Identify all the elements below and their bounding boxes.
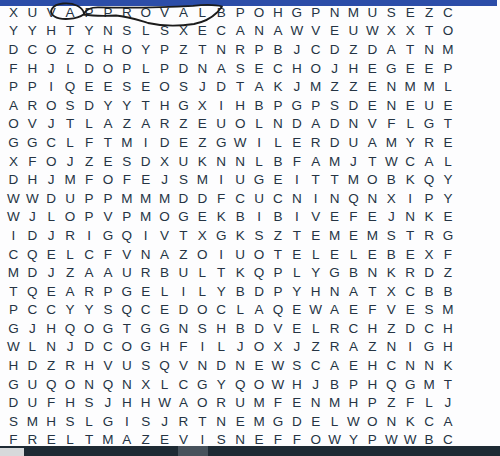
grid-cell[interactable]: J: [23, 319, 42, 338]
grid-cell[interactable]: L: [193, 282, 212, 301]
grid-cell[interactable]: I: [212, 96, 231, 115]
grid-cell[interactable]: F: [212, 189, 231, 208]
grid-cell[interactable]: F: [98, 245, 117, 264]
grid-cell[interactable]: F: [287, 152, 306, 171]
grid-cell[interactable]: T: [212, 263, 231, 282]
grid-cell[interactable]: O: [117, 40, 136, 59]
grid-cell[interactable]: J: [287, 40, 306, 59]
grid-cell[interactable]: T: [117, 319, 136, 338]
grid-cell[interactable]: Z: [174, 40, 193, 59]
grid-cell[interactable]: E: [287, 393, 306, 412]
grid-cell[interactable]: E: [325, 208, 344, 227]
grid-cell[interactable]: I: [250, 208, 269, 227]
grid-cell[interactable]: I: [401, 189, 420, 208]
grid-cell[interactable]: E: [438, 133, 457, 152]
grid-cell[interactable]: N: [382, 338, 401, 357]
grid-cell[interactable]: U: [231, 245, 250, 264]
grid-cell[interactable]: C: [80, 40, 99, 59]
grid-cell[interactable]: S: [117, 152, 136, 171]
grid-cell[interactable]: E: [250, 59, 269, 78]
grid-cell[interactable]: O: [155, 77, 174, 96]
grid-cell[interactable]: P: [268, 96, 287, 115]
grid-cell[interactable]: N: [325, 3, 344, 22]
grid-cell[interactable]: X: [382, 189, 401, 208]
grid-cell[interactable]: D: [23, 226, 42, 245]
grid-cell[interactable]: R: [325, 319, 344, 338]
grid-cell[interactable]: H: [306, 282, 325, 301]
grid-cell[interactable]: L: [306, 319, 325, 338]
grid-cell[interactable]: T: [193, 412, 212, 431]
grid-cell[interactable]: S: [61, 412, 80, 431]
grid-cell[interactable]: Q: [382, 375, 401, 394]
grid-cell[interactable]: C: [174, 375, 193, 394]
grid-cell[interactable]: W: [287, 22, 306, 41]
grid-cell[interactable]: W: [268, 375, 287, 394]
grid-cell[interactable]: G: [401, 375, 420, 394]
grid-cell[interactable]: A: [250, 77, 269, 96]
grid-cell[interactable]: P: [4, 77, 23, 96]
grid-cell[interactable]: P: [4, 301, 23, 320]
grid-cell[interactable]: D: [401, 319, 420, 338]
grid-cell[interactable]: I: [80, 226, 99, 245]
grid-cell[interactable]: Y: [117, 96, 136, 115]
grid-cell[interactable]: S: [174, 77, 193, 96]
grid-cell[interactable]: E: [401, 3, 420, 22]
grid-cell[interactable]: Y: [61, 301, 80, 320]
grid-cell[interactable]: X: [4, 3, 23, 22]
grid-cell[interactable]: H: [155, 338, 174, 357]
grid-cell[interactable]: C: [344, 319, 363, 338]
grid-cell[interactable]: Q: [42, 375, 61, 394]
grid-cell[interactable]: A: [420, 152, 439, 171]
grid-cell[interactable]: S: [382, 226, 401, 245]
grid-cell[interactable]: U: [344, 133, 363, 152]
grid-cell[interactable]: S: [117, 22, 136, 41]
grid-cell[interactable]: G: [174, 208, 193, 227]
grid-cell[interactable]: T: [401, 226, 420, 245]
grid-cell[interactable]: H: [287, 375, 306, 394]
grid-cell[interactable]: T: [325, 170, 344, 189]
grid-cell[interactable]: E: [268, 170, 287, 189]
grid-cell[interactable]: T: [438, 375, 457, 394]
grid-cell[interactable]: X: [420, 245, 439, 264]
grid-cell[interactable]: E: [250, 356, 269, 375]
grid-cell[interactable]: J: [306, 375, 325, 394]
grid-cell[interactable]: P: [420, 189, 439, 208]
grid-cell[interactable]: I: [287, 170, 306, 189]
grid-cell[interactable]: A: [61, 3, 80, 22]
grid-cell[interactable]: C: [23, 40, 42, 59]
grid-cell[interactable]: I: [174, 282, 193, 301]
grid-cell[interactable]: C: [231, 189, 250, 208]
grid-cell[interactable]: P: [344, 375, 363, 394]
grid-cell[interactable]: N: [363, 263, 382, 282]
grid-cell[interactable]: L: [23, 338, 42, 357]
grid-cell[interactable]: A: [155, 245, 174, 264]
grid-cell[interactable]: C: [306, 40, 325, 59]
grid-cell[interactable]: L: [250, 152, 269, 171]
grid-cell[interactable]: A: [80, 263, 99, 282]
grid-cell[interactable]: N: [363, 189, 382, 208]
grid-cell[interactable]: N: [98, 22, 117, 41]
grid-cell[interactable]: O: [98, 59, 117, 78]
grid-cell[interactable]: N: [174, 319, 193, 338]
grid-cell[interactable]: D: [80, 59, 99, 78]
grid-cell[interactable]: N: [231, 152, 250, 171]
grid-cell[interactable]: S: [193, 319, 212, 338]
grid-cell[interactable]: P: [438, 59, 457, 78]
grid-cell[interactable]: W: [4, 208, 23, 227]
grid-cell[interactable]: X: [382, 22, 401, 41]
grid-cell[interactable]: C: [438, 3, 457, 22]
grid-cell[interactable]: N: [231, 356, 250, 375]
grid-cell[interactable]: X: [4, 152, 23, 171]
grid-cell[interactable]: R: [420, 133, 439, 152]
grid-cell[interactable]: A: [98, 263, 117, 282]
grid-cell[interactable]: V: [174, 356, 193, 375]
grid-cell[interactable]: M: [117, 133, 136, 152]
grid-cell[interactable]: C: [420, 412, 439, 431]
grid-cell[interactable]: D: [287, 115, 306, 134]
grid-cell[interactable]: E: [344, 356, 363, 375]
grid-cell[interactable]: N: [420, 356, 439, 375]
grid-cell[interactable]: U: [212, 115, 231, 134]
grid-cell[interactable]: G: [212, 133, 231, 152]
grid-cell[interactable]: D: [42, 189, 61, 208]
grid-cell[interactable]: Z: [61, 40, 80, 59]
grid-cell[interactable]: T: [61, 115, 80, 134]
grid-cell[interactable]: V: [306, 22, 325, 41]
grid-cell[interactable]: U: [117, 356, 136, 375]
grid-cell[interactable]: P: [80, 189, 99, 208]
grid-cell[interactable]: U: [174, 152, 193, 171]
grid-cell[interactable]: H: [344, 393, 363, 412]
grid-cell[interactable]: X: [155, 152, 174, 171]
grid-cell[interactable]: Y: [80, 22, 99, 41]
grid-cell[interactable]: E: [363, 245, 382, 264]
grid-cell[interactable]: H: [438, 319, 457, 338]
grid-cell[interactable]: A: [174, 393, 193, 412]
grid-cell[interactable]: L: [306, 245, 325, 264]
grid-cell[interactable]: C: [212, 301, 231, 320]
grid-cell[interactable]: N: [268, 115, 287, 134]
grid-cell[interactable]: H: [287, 59, 306, 78]
grid-cell[interactable]: A: [325, 356, 344, 375]
grid-cell[interactable]: U: [117, 263, 136, 282]
grid-cell[interactable]: Z: [325, 77, 344, 96]
grid-cell[interactable]: E: [420, 59, 439, 78]
grid-cell[interactable]: C: [42, 133, 61, 152]
grid-cell[interactable]: A: [344, 282, 363, 301]
grid-cell[interactable]: G: [4, 319, 23, 338]
grid-cell[interactable]: O: [136, 3, 155, 22]
grid-cell[interactable]: Z: [117, 115, 136, 134]
grid-cell[interactable]: H: [155, 96, 174, 115]
grid-cell[interactable]: M: [420, 77, 439, 96]
grid-cell[interactable]: G: [98, 226, 117, 245]
grid-cell[interactable]: L: [42, 208, 61, 227]
grid-cell[interactable]: E: [287, 301, 306, 320]
grid-cell[interactable]: D: [212, 77, 231, 96]
grid-cell[interactable]: Y: [401, 133, 420, 152]
grid-cell[interactable]: E: [401, 301, 420, 320]
grid-cell[interactable]: F: [4, 59, 23, 78]
grid-cell[interactable]: Q: [268, 301, 287, 320]
grid-cell[interactable]: B: [250, 96, 269, 115]
grid-cell[interactable]: F: [80, 170, 99, 189]
grid-cell[interactable]: K: [231, 226, 250, 245]
grid-cell[interactable]: S: [117, 77, 136, 96]
grid-cell[interactable]: A: [306, 115, 325, 134]
grid-cell[interactable]: I: [287, 208, 306, 227]
grid-cell[interactable]: V: [117, 245, 136, 264]
grid-cell[interactable]: H: [23, 170, 42, 189]
grid-cell[interactable]: G: [287, 96, 306, 115]
grid-cell[interactable]: M: [325, 393, 344, 412]
grid-cell[interactable]: A: [325, 301, 344, 320]
grid-cell[interactable]: N: [80, 375, 99, 394]
grid-cell[interactable]: U: [363, 3, 382, 22]
grid-cell[interactable]: J: [438, 393, 457, 412]
grid-cell[interactable]: U: [420, 96, 439, 115]
grid-cell[interactable]: Y: [23, 22, 42, 41]
grid-cell[interactable]: Z: [438, 263, 457, 282]
grid-cell[interactable]: L: [231, 301, 250, 320]
grid-cell[interactable]: A: [344, 338, 363, 357]
grid-cell[interactable]: P: [23, 77, 42, 96]
grid-cell[interactable]: I: [4, 226, 23, 245]
grid-cell[interactable]: E: [42, 245, 61, 264]
grid-cell[interactable]: D: [4, 393, 23, 412]
grid-cell[interactable]: E: [325, 245, 344, 264]
grid-cell[interactable]: X: [401, 22, 420, 41]
grid-cell[interactable]: N: [382, 96, 401, 115]
grid-cell[interactable]: A: [268, 22, 287, 41]
grid-cell[interactable]: C: [98, 338, 117, 357]
grid-cell[interactable]: C: [136, 301, 155, 320]
grid-cell[interactable]: G: [136, 319, 155, 338]
grid-cell[interactable]: W: [344, 412, 363, 431]
grid-cell[interactable]: N: [382, 77, 401, 96]
grid-cell[interactable]: E: [306, 412, 325, 431]
grid-cell[interactable]: J: [61, 338, 80, 357]
grid-cell[interactable]: U: [231, 170, 250, 189]
grid-cell[interactable]: N: [325, 189, 344, 208]
grid-cell[interactable]: D: [287, 412, 306, 431]
grid-cell[interactable]: E: [438, 96, 457, 115]
grid-cell[interactable]: X: [382, 282, 401, 301]
grid-cell[interactable]: W: [4, 189, 23, 208]
grid-cell[interactable]: S: [231, 59, 250, 78]
grid-cell[interactable]: T: [4, 282, 23, 301]
grid-cell[interactable]: I: [306, 189, 325, 208]
grid-cell[interactable]: E: [193, 22, 212, 41]
grid-cell[interactable]: C: [42, 301, 61, 320]
grid-cell[interactable]: E: [401, 245, 420, 264]
grid-cell[interactable]: J: [98, 393, 117, 412]
grid-cell[interactable]: D: [136, 152, 155, 171]
grid-cell[interactable]: D: [193, 189, 212, 208]
grid-cell[interactable]: F: [382, 115, 401, 134]
grid-cell[interactable]: O: [98, 170, 117, 189]
grid-cell[interactable]: G: [4, 375, 23, 394]
grid-cell[interactable]: L: [80, 115, 99, 134]
grid-cell[interactable]: J: [61, 152, 80, 171]
grid-cell[interactable]: E: [287, 245, 306, 264]
grid-cell[interactable]: T: [231, 77, 250, 96]
grid-cell[interactable]: A: [438, 412, 457, 431]
grid-cell[interactable]: C: [401, 152, 420, 171]
grid-cell[interactable]: Z: [382, 319, 401, 338]
grid-cell[interactable]: Q: [250, 263, 269, 282]
grid-cell[interactable]: G: [212, 226, 231, 245]
grid-cell[interactable]: Y: [306, 263, 325, 282]
grid-cell[interactable]: F: [438, 245, 457, 264]
grid-cell[interactable]: I: [42, 77, 61, 96]
grid-cell[interactable]: E: [155, 301, 174, 320]
grid-cell[interactable]: N: [193, 356, 212, 375]
grid-cell[interactable]: W: [4, 338, 23, 357]
grid-cell[interactable]: M: [23, 412, 42, 431]
grid-cell[interactable]: N: [420, 40, 439, 59]
grid-cell[interactable]: Y: [136, 40, 155, 59]
grid-cell[interactable]: V: [363, 115, 382, 134]
grid-cell[interactable]: O: [193, 245, 212, 264]
grid-cell[interactable]: E: [363, 77, 382, 96]
grid-cell[interactable]: E: [136, 77, 155, 96]
grid-cell[interactable]: O: [250, 338, 269, 357]
grid-cell[interactable]: C: [4, 245, 23, 264]
grid-cell[interactable]: O: [80, 319, 99, 338]
grid-cell[interactable]: N: [212, 152, 231, 171]
grid-cell[interactable]: B: [438, 282, 457, 301]
grid-cell[interactable]: K: [438, 356, 457, 375]
grid-cell[interactable]: N: [42, 338, 61, 357]
grid-cell[interactable]: M: [438, 301, 457, 320]
grid-cell[interactable]: B: [155, 263, 174, 282]
grid-cell[interactable]: J: [287, 338, 306, 357]
grid-cell[interactable]: T: [136, 96, 155, 115]
grid-cell[interactable]: M: [420, 375, 439, 394]
grid-cell[interactable]: O: [250, 3, 269, 22]
grid-cell[interactable]: E: [98, 152, 117, 171]
grid-cell[interactable]: H: [136, 393, 155, 412]
grid-cell[interactable]: D: [420, 263, 439, 282]
grid-cell[interactable]: M: [4, 263, 23, 282]
grid-cell[interactable]: A: [306, 152, 325, 171]
grid-cell[interactable]: Q: [420, 170, 439, 189]
grid-cell[interactable]: H: [363, 375, 382, 394]
grid-cell[interactable]: F: [174, 338, 193, 357]
grid-cell[interactable]: N: [401, 208, 420, 227]
grid-cell[interactable]: Z: [174, 245, 193, 264]
grid-cell[interactable]: D: [363, 40, 382, 59]
grid-cell[interactable]: D: [80, 338, 99, 357]
grid-cell[interactable]: N: [212, 40, 231, 59]
grid-cell[interactable]: T: [268, 245, 287, 264]
grid-cell[interactable]: D: [174, 59, 193, 78]
grid-cell[interactable]: P: [80, 208, 99, 227]
grid-cell[interactable]: S: [382, 3, 401, 22]
grid-cell[interactable]: W: [23, 189, 42, 208]
grid-cell[interactable]: L: [136, 22, 155, 41]
grid-cell[interactable]: L: [61, 59, 80, 78]
grid-cell[interactable]: S: [155, 22, 174, 41]
grid-cell[interactable]: N: [306, 393, 325, 412]
grid-cell[interactable]: E: [363, 208, 382, 227]
grid-cell[interactable]: O: [363, 412, 382, 431]
grid-cell[interactable]: K: [382, 263, 401, 282]
grid-cell[interactable]: S: [80, 393, 99, 412]
grid-cell[interactable]: J: [231, 338, 250, 357]
grid-cell[interactable]: D: [4, 170, 23, 189]
grid-cell[interactable]: V: [155, 226, 174, 245]
grid-cell[interactable]: L: [155, 375, 174, 394]
grid-cell[interactable]: O: [42, 40, 61, 59]
grid-cell[interactable]: H: [61, 393, 80, 412]
grid-cell[interactable]: F: [23, 152, 42, 171]
grid-cell[interactable]: B: [231, 282, 250, 301]
grid-cell[interactable]: L: [344, 245, 363, 264]
grid-cell[interactable]: L: [401, 115, 420, 134]
grid-cell[interactable]: G: [287, 3, 306, 22]
grid-cell[interactable]: F: [363, 301, 382, 320]
grid-cell[interactable]: P: [98, 3, 117, 22]
grid-cell[interactable]: M: [136, 208, 155, 227]
grid-cell[interactable]: S: [136, 412, 155, 431]
grid-cell[interactable]: M: [193, 170, 212, 189]
grid-cell[interactable]: C: [80, 245, 99, 264]
grid-cell[interactable]: U: [250, 189, 269, 208]
grid-cell[interactable]: S: [98, 301, 117, 320]
grid-cell[interactable]: W: [231, 133, 250, 152]
grid-cell[interactable]: M: [325, 226, 344, 245]
grid-cell[interactable]: H: [42, 412, 61, 431]
grid-cell[interactable]: B: [231, 208, 250, 227]
grid-cell[interactable]: V: [23, 115, 42, 134]
grid-cell[interactable]: T: [174, 226, 193, 245]
grid-cell[interactable]: G: [268, 412, 287, 431]
grid-cell[interactable]: L: [438, 152, 457, 171]
grid-cell[interactable]: D: [325, 133, 344, 152]
grid-cell[interactable]: J: [42, 170, 61, 189]
grid-cell[interactable]: G: [325, 263, 344, 282]
grid-cell[interactable]: P: [98, 189, 117, 208]
grid-cell[interactable]: H: [4, 356, 23, 375]
grid-cell[interactable]: A: [363, 133, 382, 152]
grid-cell[interactable]: T: [306, 170, 325, 189]
grid-cell[interactable]: Z: [80, 152, 99, 171]
grid-cell[interactable]: E: [231, 412, 250, 431]
grid-cell[interactable]: R: [80, 282, 99, 301]
grid-cell[interactable]: Z: [344, 40, 363, 59]
grid-cell[interactable]: D: [250, 319, 269, 338]
grid-cell[interactable]: L: [212, 338, 231, 357]
grid-cell[interactable]: F: [117, 170, 136, 189]
grid-cell[interactable]: N: [136, 245, 155, 264]
grid-cell[interactable]: E: [306, 226, 325, 245]
grid-cell[interactable]: E: [363, 96, 382, 115]
grid-cell[interactable]: M: [438, 40, 457, 59]
grid-cell[interactable]: B: [325, 375, 344, 394]
grid-cell[interactable]: B: [382, 245, 401, 264]
grid-cell[interactable]: Z: [61, 263, 80, 282]
grid-cell[interactable]: E: [80, 77, 99, 96]
grid-cell[interactable]: Y: [212, 282, 231, 301]
grid-cell[interactable]: O: [42, 96, 61, 115]
grid-cell[interactable]: F: [344, 208, 363, 227]
grid-cell[interactable]: T: [363, 152, 382, 171]
